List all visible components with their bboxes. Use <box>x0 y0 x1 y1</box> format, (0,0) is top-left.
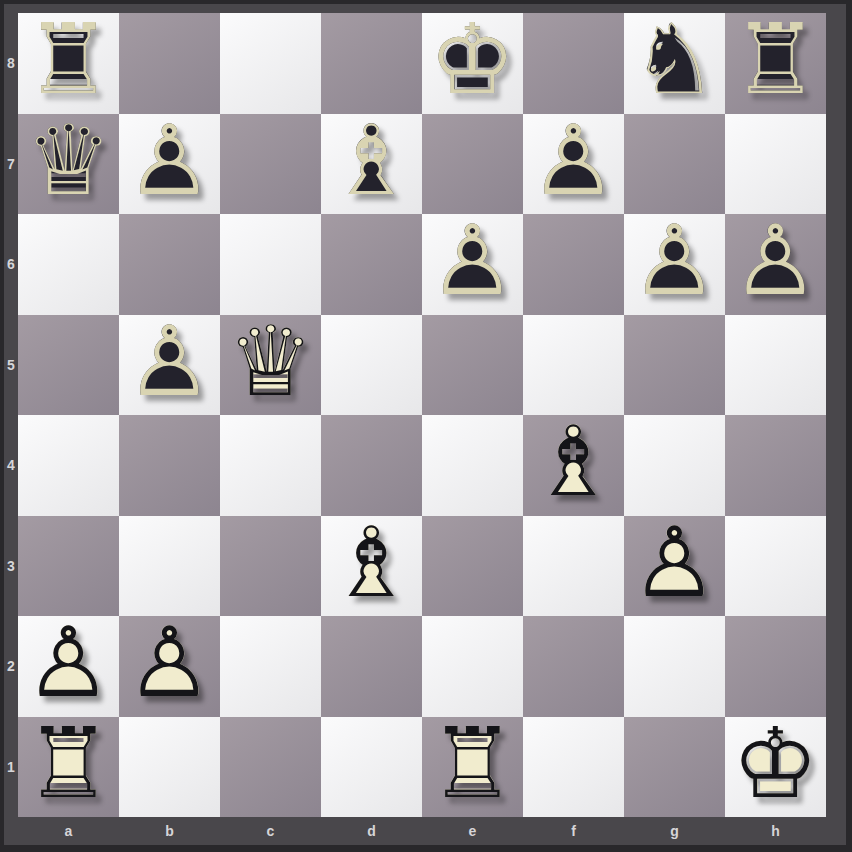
square-e1[interactable]: ♜♖ <box>422 717 523 818</box>
file-label-a: a <box>18 817 119 845</box>
square-g8[interactable]: ♞♘ <box>624 13 725 114</box>
square-d3[interactable]: ♝♗ <box>321 516 422 617</box>
square-b2[interactable]: ♟♙ <box>119 616 220 717</box>
square-d8[interactable] <box>321 13 422 114</box>
black-pawn-outline-icon: ♙ <box>126 111 213 208</box>
square-f8[interactable] <box>523 13 624 114</box>
file-label-c: c <box>220 817 321 845</box>
square-h2[interactable] <box>725 616 826 717</box>
square-a3[interactable] <box>18 516 119 617</box>
square-d7[interactable]: ♝♗ <box>321 114 422 215</box>
white-pawn-outline-icon: ♙ <box>631 513 718 610</box>
file-labels: abcdefgh <box>18 817 826 845</box>
square-b6[interactable] <box>119 214 220 315</box>
square-b4[interactable] <box>119 415 220 516</box>
square-f6[interactable] <box>523 214 624 315</box>
file-label-b: b <box>119 817 220 845</box>
square-e4[interactable] <box>422 415 523 516</box>
white-pawn-outline-icon: ♙ <box>25 614 112 711</box>
square-d1[interactable] <box>321 717 422 818</box>
rank-label-1: 1 <box>4 717 18 818</box>
square-g1[interactable] <box>624 717 725 818</box>
square-b1[interactable] <box>119 717 220 818</box>
rank-label-2: 2 <box>4 616 18 717</box>
file-label-e: e <box>422 817 523 845</box>
rank-label-3: 3 <box>4 516 18 617</box>
square-h7[interactable] <box>725 114 826 215</box>
piece-white-rook[interactable]: ♜♖ <box>18 717 119 818</box>
square-h5[interactable] <box>725 315 826 416</box>
piece-white-bishop[interactable]: ♝♗ <box>523 415 624 516</box>
square-a1[interactable]: ♜♖ <box>18 717 119 818</box>
black-king-outline-icon: ♔ <box>429 11 516 108</box>
square-b5[interactable]: ♟♙ <box>119 315 220 416</box>
square-a7[interactable]: ♛♕ <box>18 114 119 215</box>
piece-black-pawn[interactable]: ♟♙ <box>523 114 624 215</box>
rank-label-6: 6 <box>4 214 18 315</box>
piece-black-pawn[interactable]: ♟♙ <box>119 114 220 215</box>
file-label-g: g <box>624 817 725 845</box>
square-a8[interactable]: ♜♖ <box>18 13 119 114</box>
square-f3[interactable] <box>523 516 624 617</box>
square-a5[interactable] <box>18 315 119 416</box>
square-g2[interactable] <box>624 616 725 717</box>
rank-labels: 87654321 <box>4 13 18 817</box>
square-g4[interactable] <box>624 415 725 516</box>
piece-black-knight[interactable]: ♞♘ <box>624 13 725 114</box>
piece-black-queen[interactable]: ♛♕ <box>18 114 119 215</box>
white-queen-outline-icon: ♕ <box>227 312 314 409</box>
square-e8[interactable]: ♚♔ <box>422 13 523 114</box>
rank-label-4: 4 <box>4 415 18 516</box>
square-g7[interactable] <box>624 114 725 215</box>
square-h3[interactable] <box>725 516 826 617</box>
square-d6[interactable] <box>321 214 422 315</box>
black-bishop-outline-icon: ♗ <box>328 111 415 208</box>
piece-white-bishop[interactable]: ♝♗ <box>321 516 422 617</box>
square-d2[interactable] <box>321 616 422 717</box>
square-b8[interactable] <box>119 13 220 114</box>
piece-black-pawn[interactable]: ♟♙ <box>422 214 523 315</box>
white-rook-outline-icon: ♖ <box>25 714 112 811</box>
square-c6[interactable] <box>220 214 321 315</box>
piece-black-rook[interactable]: ♜♖ <box>725 13 826 114</box>
square-e2[interactable] <box>422 616 523 717</box>
square-c3[interactable] <box>220 516 321 617</box>
square-c8[interactable] <box>220 13 321 114</box>
square-c2[interactable] <box>220 616 321 717</box>
file-label-f: f <box>523 817 624 845</box>
piece-black-bishop[interactable]: ♝♗ <box>321 114 422 215</box>
square-e5[interactable] <box>422 315 523 416</box>
file-label-d: d <box>321 817 422 845</box>
square-e3[interactable] <box>422 516 523 617</box>
black-pawn-outline-icon: ♙ <box>732 212 819 309</box>
square-g5[interactable] <box>624 315 725 416</box>
square-e6[interactable]: ♟♙ <box>422 214 523 315</box>
black-pawn-outline-icon: ♙ <box>631 212 718 309</box>
white-bishop-outline-icon: ♗ <box>530 413 617 510</box>
piece-black-pawn[interactable]: ♟♙ <box>725 214 826 315</box>
piece-black-pawn[interactable]: ♟♙ <box>119 315 220 416</box>
piece-black-rook[interactable]: ♜♖ <box>18 13 119 114</box>
square-f1[interactable] <box>523 717 624 818</box>
square-h6[interactable]: ♟♙ <box>725 214 826 315</box>
rank-label-7: 7 <box>4 114 18 215</box>
square-g3[interactable]: ♟♙ <box>624 516 725 617</box>
square-d5[interactable] <box>321 315 422 416</box>
black-rook-outline-icon: ♖ <box>732 11 819 108</box>
piece-white-pawn[interactable]: ♟♙ <box>624 516 725 617</box>
white-rook-outline-icon: ♖ <box>429 714 516 811</box>
file-label-h: h <box>725 817 826 845</box>
rank-label-5: 5 <box>4 315 18 416</box>
square-h8[interactable]: ♜♖ <box>725 13 826 114</box>
piece-black-pawn[interactable]: ♟♙ <box>624 214 725 315</box>
square-c4[interactable] <box>220 415 321 516</box>
piece-white-pawn[interactable]: ♟♙ <box>18 616 119 717</box>
square-b3[interactable] <box>119 516 220 617</box>
black-queen-outline-icon: ♕ <box>25 111 112 208</box>
white-king-outline-icon: ♔ <box>732 714 819 811</box>
chessboard-window: 87654321 abcdefgh ♜♖♚♔♞♘♜♖♛♕♟♙♝♗♟♙♟♙♟♙♟♙… <box>0 0 852 852</box>
square-c7[interactable] <box>220 114 321 215</box>
piece-white-pawn[interactable]: ♟♙ <box>119 616 220 717</box>
square-h1[interactable]: ♚♔ <box>725 717 826 818</box>
black-pawn-outline-icon: ♙ <box>429 212 516 309</box>
square-d4[interactable] <box>321 415 422 516</box>
white-pawn-outline-icon: ♙ <box>126 614 213 711</box>
piece-white-king[interactable]: ♚♔ <box>725 717 826 818</box>
square-e7[interactable] <box>422 114 523 215</box>
square-g6[interactable]: ♟♙ <box>624 214 725 315</box>
black-pawn-outline-icon: ♙ <box>530 111 617 208</box>
square-h4[interactable] <box>725 415 826 516</box>
square-f2[interactable] <box>523 616 624 717</box>
square-f7[interactable]: ♟♙ <box>523 114 624 215</box>
square-a2[interactable]: ♟♙ <box>18 616 119 717</box>
piece-black-king[interactable]: ♚♔ <box>422 13 523 114</box>
piece-white-rook[interactable]: ♜♖ <box>422 717 523 818</box>
piece-white-queen[interactable]: ♛♕ <box>220 315 321 416</box>
black-pawn-outline-icon: ♙ <box>126 312 213 409</box>
square-b7[interactable]: ♟♙ <box>119 114 220 215</box>
chess-board: ♜♖♚♔♞♘♜♖♛♕♟♙♝♗♟♙♟♙♟♙♟♙♟♙♛♕♝♗♝♗♟♙♟♙♟♙♜♖♜♖… <box>18 13 826 817</box>
rank-label-8: 8 <box>4 13 18 114</box>
white-bishop-outline-icon: ♗ <box>328 513 415 610</box>
square-f5[interactable] <box>523 315 624 416</box>
square-c5[interactable]: ♛♕ <box>220 315 321 416</box>
square-a4[interactable] <box>18 415 119 516</box>
square-f4[interactable]: ♝♗ <box>523 415 624 516</box>
black-knight-outline-icon: ♘ <box>631 11 718 108</box>
black-rook-outline-icon: ♖ <box>25 11 112 108</box>
square-a6[interactable] <box>18 214 119 315</box>
square-c1[interactable] <box>220 717 321 818</box>
